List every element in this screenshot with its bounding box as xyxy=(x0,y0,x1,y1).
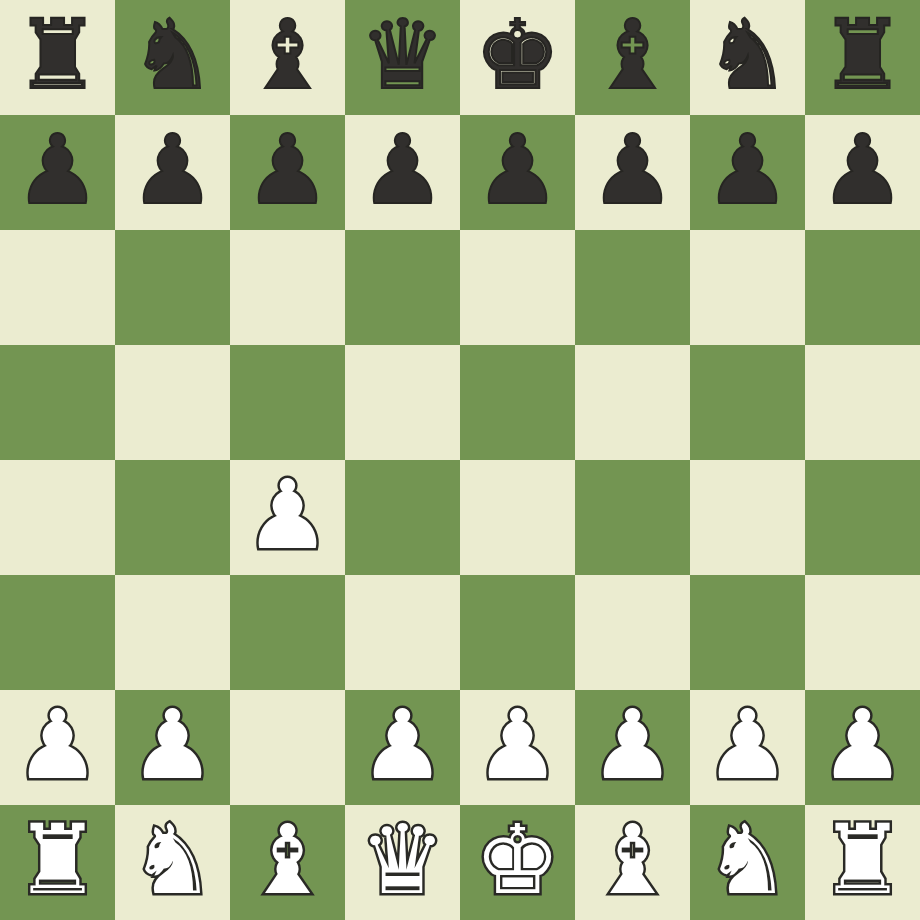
square-d5[interactable] xyxy=(345,345,460,460)
square-b2[interactable]: ♟ xyxy=(115,690,230,805)
square-g3[interactable] xyxy=(690,575,805,690)
square-e4[interactable] xyxy=(460,460,575,575)
square-a4[interactable] xyxy=(0,460,115,575)
piece-white-pawn[interactable]: ♟ xyxy=(14,688,100,803)
square-c3[interactable] xyxy=(230,575,345,690)
square-b5[interactable] xyxy=(115,345,230,460)
piece-black-pawn[interactable]: ♟ xyxy=(14,113,100,228)
piece-white-bishop[interactable]: ♝ xyxy=(589,803,675,918)
square-h4[interactable] xyxy=(805,460,920,575)
piece-white-pawn[interactable]: ♟ xyxy=(589,688,675,803)
square-b6[interactable] xyxy=(115,230,230,345)
square-f1[interactable]: ♝ xyxy=(575,805,690,920)
square-c6[interactable] xyxy=(230,230,345,345)
square-a6[interactable] xyxy=(0,230,115,345)
square-f3[interactable] xyxy=(575,575,690,690)
piece-black-queen[interactable]: ♛ xyxy=(359,0,445,113)
piece-white-pawn[interactable]: ♟ xyxy=(129,688,215,803)
piece-white-pawn[interactable]: ♟ xyxy=(474,688,560,803)
square-h7[interactable]: ♟ xyxy=(805,115,920,230)
square-d6[interactable] xyxy=(345,230,460,345)
square-d3[interactable] xyxy=(345,575,460,690)
piece-black-pawn[interactable]: ♟ xyxy=(129,113,215,228)
square-g6[interactable] xyxy=(690,230,805,345)
square-f6[interactable] xyxy=(575,230,690,345)
square-d2[interactable]: ♟ xyxy=(345,690,460,805)
piece-white-pawn[interactable]: ♟ xyxy=(704,688,790,803)
square-e5[interactable] xyxy=(460,345,575,460)
piece-black-bishop[interactable]: ♝ xyxy=(589,0,675,113)
square-e3[interactable] xyxy=(460,575,575,690)
square-f2[interactable]: ♟ xyxy=(575,690,690,805)
square-c1[interactable]: ♝ xyxy=(230,805,345,920)
piece-black-pawn[interactable]: ♟ xyxy=(589,113,675,228)
square-e6[interactable] xyxy=(460,230,575,345)
square-e1[interactable]: ♚ xyxy=(460,805,575,920)
square-e2[interactable]: ♟ xyxy=(460,690,575,805)
piece-black-pawn[interactable]: ♟ xyxy=(474,113,560,228)
piece-black-pawn[interactable]: ♟ xyxy=(359,113,445,228)
square-b4[interactable] xyxy=(115,460,230,575)
square-c2[interactable] xyxy=(230,690,345,805)
square-h2[interactable]: ♟ xyxy=(805,690,920,805)
square-g5[interactable] xyxy=(690,345,805,460)
square-d8[interactable]: ♛ xyxy=(345,0,460,115)
piece-black-pawn[interactable]: ♟ xyxy=(704,113,790,228)
piece-white-bishop[interactable]: ♝ xyxy=(244,803,330,918)
square-a2[interactable]: ♟ xyxy=(0,690,115,805)
square-h5[interactable] xyxy=(805,345,920,460)
square-c5[interactable] xyxy=(230,345,345,460)
square-d1[interactable]: ♛ xyxy=(345,805,460,920)
piece-black-rook[interactable]: ♜ xyxy=(14,0,100,113)
square-h6[interactable] xyxy=(805,230,920,345)
piece-white-rook[interactable]: ♜ xyxy=(819,803,905,918)
square-f7[interactable]: ♟ xyxy=(575,115,690,230)
square-e7[interactable]: ♟ xyxy=(460,115,575,230)
square-g1[interactable]: ♞ xyxy=(690,805,805,920)
square-a3[interactable] xyxy=(0,575,115,690)
piece-white-queen[interactable]: ♛ xyxy=(359,803,445,918)
piece-white-pawn[interactable]: ♟ xyxy=(244,458,330,573)
square-h1[interactable]: ♜ xyxy=(805,805,920,920)
square-b3[interactable] xyxy=(115,575,230,690)
square-a7[interactable]: ♟ xyxy=(0,115,115,230)
square-g2[interactable]: ♟ xyxy=(690,690,805,805)
square-g8[interactable]: ♞ xyxy=(690,0,805,115)
square-g4[interactable] xyxy=(690,460,805,575)
square-c8[interactable]: ♝ xyxy=(230,0,345,115)
piece-black-rook[interactable]: ♜ xyxy=(819,0,905,113)
square-d4[interactable] xyxy=(345,460,460,575)
piece-white-pawn[interactable]: ♟ xyxy=(359,688,445,803)
square-f4[interactable] xyxy=(575,460,690,575)
square-c4[interactable]: ♟ xyxy=(230,460,345,575)
piece-white-pawn[interactable]: ♟ xyxy=(819,688,905,803)
piece-black-knight[interactable]: ♞ xyxy=(704,0,790,113)
piece-white-knight[interactable]: ♞ xyxy=(704,803,790,918)
piece-black-pawn[interactable]: ♟ xyxy=(244,113,330,228)
piece-black-king[interactable]: ♚ xyxy=(474,0,560,113)
square-e8[interactable]: ♚ xyxy=(460,0,575,115)
square-b8[interactable]: ♞ xyxy=(115,0,230,115)
square-a8[interactable]: ♜ xyxy=(0,0,115,115)
square-h8[interactable]: ♜ xyxy=(805,0,920,115)
square-b1[interactable]: ♞ xyxy=(115,805,230,920)
square-f5[interactable] xyxy=(575,345,690,460)
piece-black-pawn[interactable]: ♟ xyxy=(819,113,905,228)
square-d7[interactable]: ♟ xyxy=(345,115,460,230)
chess-board: ♜♞♝♛♚♝♞♜♟♟♟♟♟♟♟♟♟♟♟♟♟♟♟♟♜♞♝♛♚♝♞♜ xyxy=(0,0,920,920)
square-a1[interactable]: ♜ xyxy=(0,805,115,920)
piece-black-knight[interactable]: ♞ xyxy=(129,0,215,113)
piece-white-rook[interactable]: ♜ xyxy=(14,803,100,918)
square-f8[interactable]: ♝ xyxy=(575,0,690,115)
piece-white-knight[interactable]: ♞ xyxy=(129,803,215,918)
square-h3[interactable] xyxy=(805,575,920,690)
square-a5[interactable] xyxy=(0,345,115,460)
square-c7[interactable]: ♟ xyxy=(230,115,345,230)
square-g7[interactable]: ♟ xyxy=(690,115,805,230)
square-b7[interactable]: ♟ xyxy=(115,115,230,230)
piece-black-bishop[interactable]: ♝ xyxy=(244,0,330,113)
piece-white-king[interactable]: ♚ xyxy=(474,803,560,918)
